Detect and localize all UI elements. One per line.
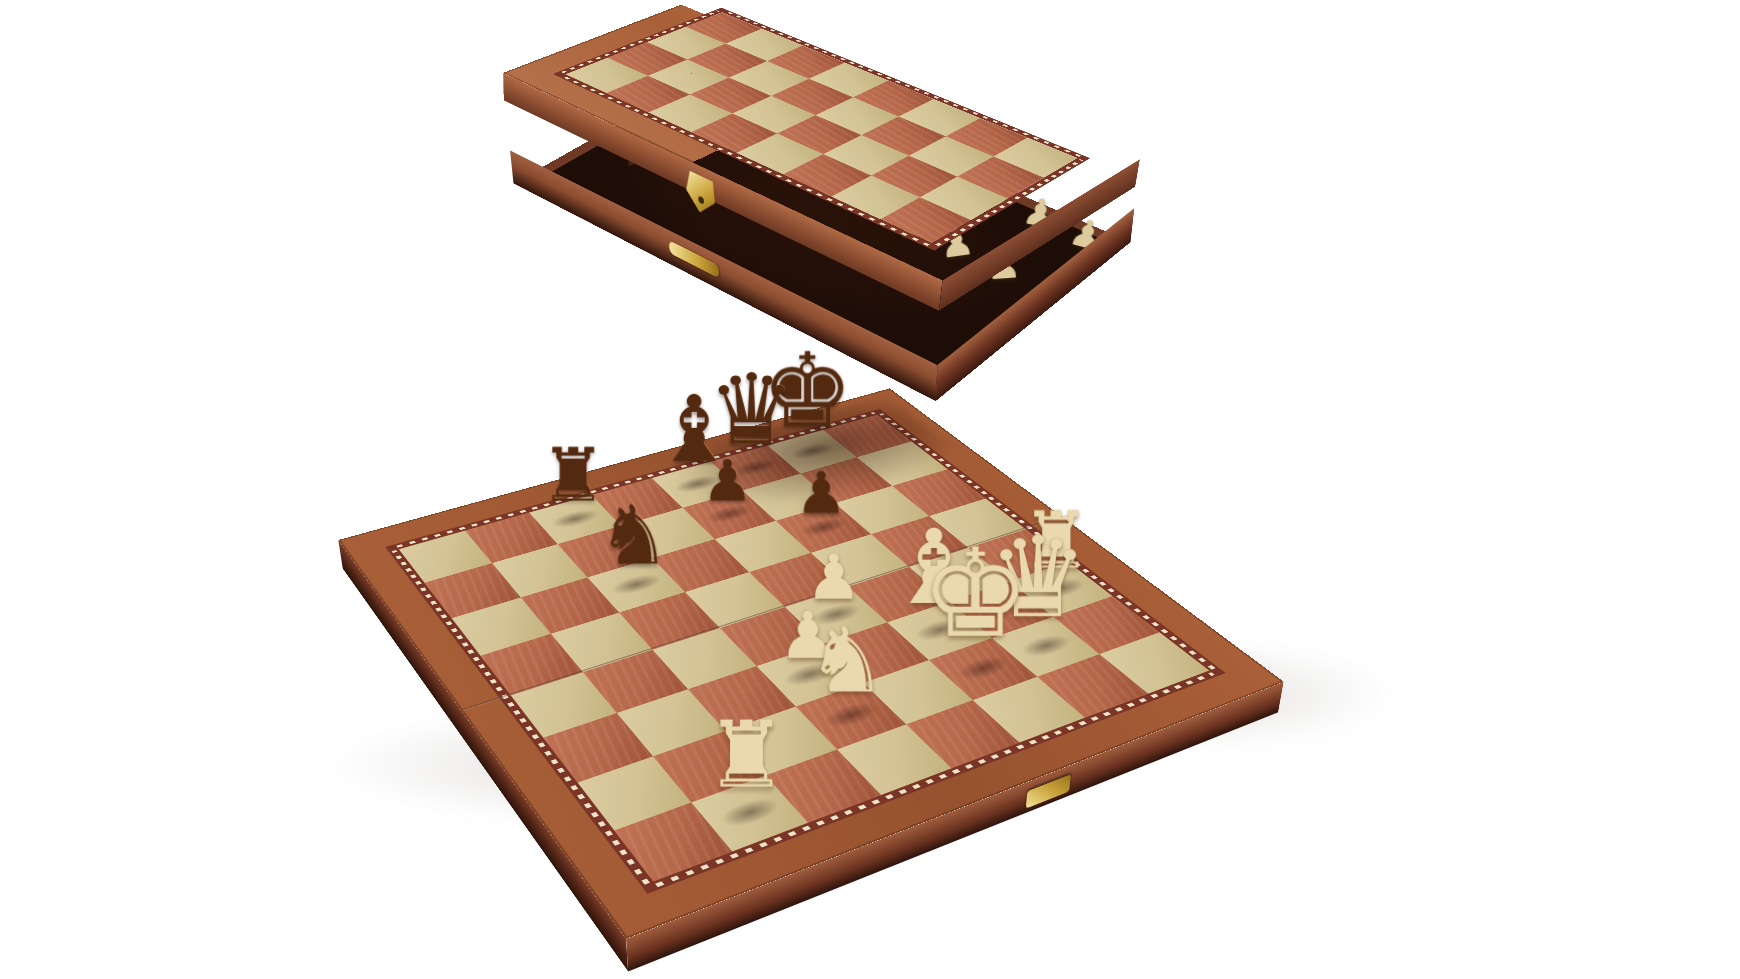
board-surface: ♜♝♛♚♟♞♟♟♟♝♜♞♚♛♜ [338,388,1283,938]
box-lid [503,0,1140,280]
open-chess-board: ♜♝♛♚♟♞♟♟♟♝♜♞♚♛♜ [338,388,1283,938]
piece-white-knight: ♞ [806,615,887,705]
piece-white-rook: ♜ [705,710,788,802]
piece-black-pawn: ♟ [795,464,847,522]
product-photo-stage: ♜♝♛♚♟♞♟♟♟♝♜♞♚♛♜ ♜♝♞♟♟♟♟♟♟♝♞♟♟♟♟♟♟ [0,0,1740,979]
piece-black-pawn: ♟ [702,452,753,509]
piece-white-king: ♚ [920,532,1030,654]
piece-black-knight: ♞ [597,494,671,576]
